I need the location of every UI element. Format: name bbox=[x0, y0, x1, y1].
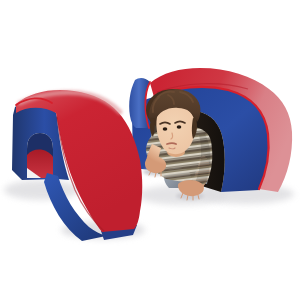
child-eye-left bbox=[163, 127, 168, 130]
left-arch-shadow bbox=[4, 180, 80, 200]
scene-canvas bbox=[0, 0, 300, 300]
child-eye-right bbox=[177, 125, 182, 128]
child-mouth bbox=[167, 143, 176, 144]
product-photo bbox=[0, 0, 300, 300]
